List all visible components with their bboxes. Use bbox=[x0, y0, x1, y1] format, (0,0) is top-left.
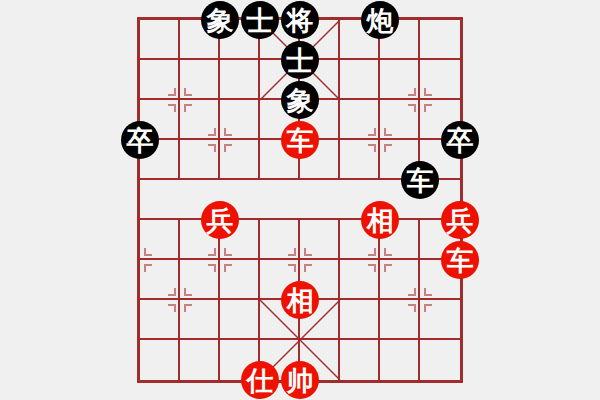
piece-black-advisor[interactable]: 士 bbox=[281, 41, 319, 79]
piece-black-general[interactable]: 将 bbox=[281, 1, 319, 39]
piece-red-advisor[interactable]: 仕 bbox=[241, 361, 279, 399]
piece-black-soldier[interactable]: 卒 bbox=[441, 121, 479, 159]
piece-red-chariot[interactable]: 车 bbox=[281, 121, 319, 159]
piece-black-cannon[interactable]: 炮 bbox=[361, 1, 399, 39]
piece-black-advisor[interactable]: 士 bbox=[241, 1, 279, 39]
piece-red-chariot[interactable]: 车 bbox=[441, 241, 479, 279]
piece-red-elephant[interactable]: 相 bbox=[281, 281, 319, 319]
piece-black-chariot[interactable]: 车 bbox=[401, 161, 439, 199]
screenshot-root: 象士将炮士象卒车卒车兵相兵车相仕帅 bbox=[0, 0, 600, 400]
piece-red-general[interactable]: 帅 bbox=[281, 361, 319, 399]
piece-black-elephant[interactable]: 象 bbox=[201, 1, 239, 39]
piece-red-elephant[interactable]: 相 bbox=[361, 201, 399, 239]
piece-black-soldier[interactable]: 卒 bbox=[121, 121, 159, 159]
piece-black-elephant[interactable]: 象 bbox=[281, 81, 319, 119]
piece-red-soldier[interactable]: 兵 bbox=[441, 201, 479, 239]
xiangqi-board: 象士将炮士象卒车卒车兵相兵车相仕帅 bbox=[140, 20, 460, 380]
piece-red-soldier[interactable]: 兵 bbox=[201, 201, 239, 239]
